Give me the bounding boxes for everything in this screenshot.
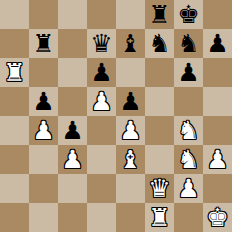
piece-black-pawn[interactable]: ♟	[90, 58, 112, 87]
square-g3[interactable]: ♞	[174, 145, 203, 174]
square-b8[interactable]	[29, 0, 58, 29]
square-f2[interactable]: ♛	[145, 174, 174, 203]
square-d6[interactable]: ♟	[87, 58, 116, 87]
square-e4[interactable]: ♟	[116, 116, 145, 145]
piece-white-king[interactable]: ♚	[206, 203, 228, 232]
square-h8[interactable]	[203, 0, 232, 29]
square-b4[interactable]: ♟	[29, 116, 58, 145]
square-g1[interactable]	[174, 203, 203, 232]
piece-white-pawn[interactable]: ♟	[61, 145, 83, 174]
square-c6[interactable]	[58, 58, 87, 87]
square-c1[interactable]	[58, 203, 87, 232]
square-e6[interactable]	[116, 58, 145, 87]
square-a3[interactable]	[0, 145, 29, 174]
square-g7[interactable]: ♞	[174, 29, 203, 58]
piece-black-king[interactable]: ♚	[177, 0, 199, 29]
piece-black-knight[interactable]: ♞	[177, 29, 199, 58]
square-h5[interactable]	[203, 87, 232, 116]
piece-black-pawn[interactable]: ♟	[32, 87, 54, 116]
square-e5[interactable]: ♟	[116, 87, 145, 116]
piece-white-rook[interactable]: ♜	[3, 58, 25, 87]
square-e1[interactable]	[116, 203, 145, 232]
square-h3[interactable]: ♟	[203, 145, 232, 174]
square-g8[interactable]: ♚	[174, 0, 203, 29]
piece-black-pawn[interactable]: ♟	[206, 29, 228, 58]
piece-white-bishop[interactable]: ♝	[119, 145, 141, 174]
piece-white-pawn[interactable]: ♟	[206, 145, 228, 174]
square-b3[interactable]	[29, 145, 58, 174]
square-g6[interactable]: ♟	[174, 58, 203, 87]
square-h1[interactable]: ♚	[203, 203, 232, 232]
square-a8[interactable]	[0, 0, 29, 29]
piece-white-pawn[interactable]: ♟	[119, 116, 141, 145]
square-f6[interactable]	[145, 58, 174, 87]
square-f8[interactable]: ♜	[145, 0, 174, 29]
piece-white-knight[interactable]: ♞	[177, 116, 199, 145]
square-e3[interactable]: ♝	[116, 145, 145, 174]
square-d1[interactable]	[87, 203, 116, 232]
piece-black-pawn[interactable]: ♟	[61, 116, 83, 145]
square-c3[interactable]: ♟	[58, 145, 87, 174]
square-d2[interactable]	[87, 174, 116, 203]
square-a2[interactable]	[0, 174, 29, 203]
square-b5[interactable]: ♟	[29, 87, 58, 116]
square-f7[interactable]: ♞	[145, 29, 174, 58]
piece-white-pawn[interactable]: ♟	[177, 174, 199, 203]
square-g2[interactable]: ♟	[174, 174, 203, 203]
square-g4[interactable]: ♞	[174, 116, 203, 145]
piece-black-pawn[interactable]: ♟	[119, 87, 141, 116]
square-b1[interactable]	[29, 203, 58, 232]
square-c8[interactable]	[58, 0, 87, 29]
square-h4[interactable]	[203, 116, 232, 145]
square-a1[interactable]	[0, 203, 29, 232]
square-a7[interactable]	[0, 29, 29, 58]
square-b6[interactable]	[29, 58, 58, 87]
square-c5[interactable]	[58, 87, 87, 116]
piece-white-knight[interactable]: ♞	[177, 145, 199, 174]
piece-black-bishop[interactable]: ♝	[119, 29, 141, 58]
square-f4[interactable]	[145, 116, 174, 145]
square-d8[interactable]	[87, 0, 116, 29]
chess-board: ♜♚♜♛♝♞♞♟♜♟♟♟♟♟♟♟♟♞♟♝♞♟♛♟♜♚	[0, 0, 232, 232]
square-e2[interactable]	[116, 174, 145, 203]
square-d5[interactable]: ♟	[87, 87, 116, 116]
square-f3[interactable]	[145, 145, 174, 174]
square-h7[interactable]: ♟	[203, 29, 232, 58]
square-a4[interactable]	[0, 116, 29, 145]
square-g5[interactable]	[174, 87, 203, 116]
square-f5[interactable]	[145, 87, 174, 116]
piece-white-queen[interactable]: ♛	[148, 174, 170, 203]
square-b2[interactable]	[29, 174, 58, 203]
piece-black-rook[interactable]: ♜	[32, 29, 54, 58]
square-b7[interactable]: ♜	[29, 29, 58, 58]
square-e8[interactable]	[116, 0, 145, 29]
square-c7[interactable]	[58, 29, 87, 58]
square-e7[interactable]: ♝	[116, 29, 145, 58]
square-c4[interactable]: ♟	[58, 116, 87, 145]
piece-black-pawn[interactable]: ♟	[177, 58, 199, 87]
square-d3[interactable]	[87, 145, 116, 174]
square-a6[interactable]: ♜	[0, 58, 29, 87]
square-c2[interactable]	[58, 174, 87, 203]
square-f1[interactable]: ♜	[145, 203, 174, 232]
piece-black-queen[interactable]: ♛	[90, 29, 112, 58]
piece-black-rook[interactable]: ♜	[148, 0, 170, 29]
piece-white-rook[interactable]: ♜	[148, 203, 170, 232]
square-d4[interactable]	[87, 116, 116, 145]
piece-white-pawn[interactable]: ♟	[90, 87, 112, 116]
square-h2[interactable]	[203, 174, 232, 203]
square-d7[interactable]: ♛	[87, 29, 116, 58]
square-a5[interactable]	[0, 87, 29, 116]
piece-black-knight[interactable]: ♞	[148, 29, 170, 58]
piece-white-pawn[interactable]: ♟	[32, 116, 54, 145]
square-h6[interactable]	[203, 58, 232, 87]
